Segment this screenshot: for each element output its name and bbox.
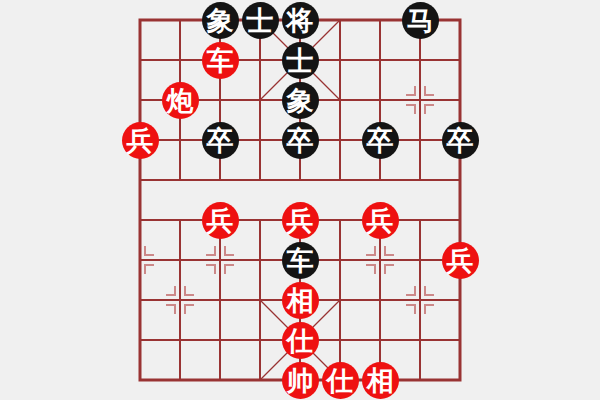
piece-black-pawn-1[interactable]: 卒 xyxy=(202,122,239,159)
piece-black-pawn-3[interactable]: 卒 xyxy=(362,122,399,159)
piece-red-elephant-2[interactable]: 相 xyxy=(362,362,399,399)
piece-black-elephant-1[interactable]: 象 xyxy=(202,2,239,39)
piece-red-pawn-4[interactable]: 兵 xyxy=(362,202,399,239)
piece-black-chariot-1[interactable]: 车 xyxy=(282,242,319,279)
xiangqi-board: 象士将马车士炮象兵卒卒卒卒兵兵兵车兵相仕帅仕相 xyxy=(0,0,600,400)
piece-red-advisor-2[interactable]: 仕 xyxy=(322,362,359,399)
piece-black-pawn-2[interactable]: 卒 xyxy=(282,122,319,159)
piece-red-cannon-1[interactable]: 炮 xyxy=(162,82,199,119)
piece-red-chariot-1[interactable]: 车 xyxy=(202,42,239,79)
piece-red-pawn-1[interactable]: 兵 xyxy=(122,122,159,159)
piece-red-elephant-1[interactable]: 相 xyxy=(282,282,319,319)
piece-red-pawn-3[interactable]: 兵 xyxy=(282,202,319,239)
piece-black-horse-1[interactable]: 马 xyxy=(402,2,439,39)
piece-red-advisor-1[interactable]: 仕 xyxy=(282,322,319,359)
piece-red-general[interactable]: 帅 xyxy=(282,362,319,399)
piece-black-general[interactable]: 将 xyxy=(282,2,319,39)
piece-black-pawn-4[interactable]: 卒 xyxy=(442,122,479,159)
piece-black-advisor-1[interactable]: 士 xyxy=(242,2,279,39)
piece-black-advisor-2[interactable]: 士 xyxy=(282,42,319,79)
piece-red-pawn-5[interactable]: 兵 xyxy=(442,242,479,279)
piece-black-elephant-2[interactable]: 象 xyxy=(282,82,319,119)
piece-layer: 象士将马车士炮象兵卒卒卒卒兵兵兵车兵相仕帅仕相 xyxy=(120,0,480,400)
piece-red-pawn-2[interactable]: 兵 xyxy=(202,202,239,239)
